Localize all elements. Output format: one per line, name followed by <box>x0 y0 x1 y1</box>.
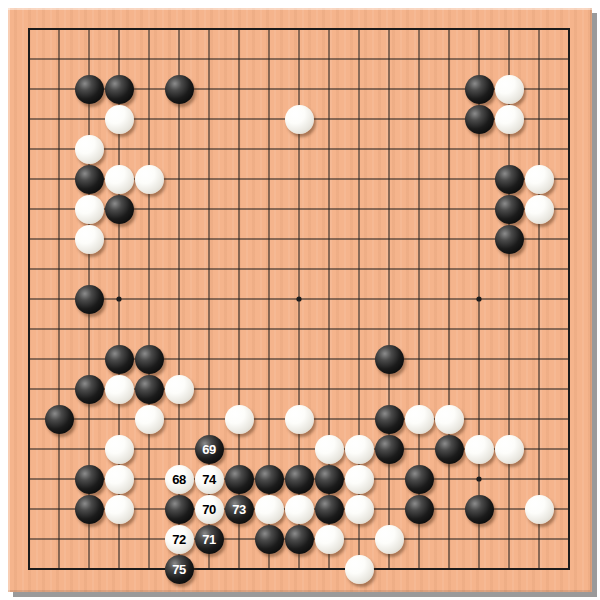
intersection[interactable] <box>404 134 434 164</box>
intersection[interactable] <box>104 494 134 524</box>
intersection[interactable] <box>374 344 404 374</box>
intersection[interactable] <box>524 464 554 494</box>
intersection[interactable] <box>134 314 164 344</box>
intersection[interactable] <box>284 74 314 104</box>
intersection[interactable] <box>314 554 344 584</box>
intersection[interactable] <box>314 374 344 404</box>
intersection[interactable] <box>74 224 104 254</box>
intersection[interactable] <box>314 464 344 494</box>
intersection[interactable] <box>14 14 44 44</box>
intersection[interactable] <box>134 254 164 284</box>
intersection[interactable] <box>134 284 164 314</box>
intersection[interactable] <box>104 14 134 44</box>
intersection[interactable] <box>44 284 74 314</box>
intersection[interactable] <box>254 104 284 134</box>
intersection[interactable] <box>104 44 134 74</box>
intersection[interactable] <box>554 44 584 74</box>
intersection[interactable] <box>134 344 164 374</box>
intersection[interactable] <box>14 464 44 494</box>
intersection[interactable] <box>344 194 374 224</box>
intersection[interactable] <box>404 254 434 284</box>
intersection[interactable] <box>344 164 374 194</box>
intersection[interactable] <box>344 404 374 434</box>
intersection[interactable] <box>494 314 524 344</box>
intersection[interactable] <box>464 434 494 464</box>
intersection[interactable] <box>74 314 104 344</box>
intersection[interactable] <box>254 44 284 74</box>
intersection[interactable] <box>134 134 164 164</box>
intersection[interactable] <box>254 224 284 254</box>
intersection[interactable] <box>404 164 434 194</box>
intersection[interactable] <box>524 494 554 524</box>
intersection[interactable] <box>554 284 584 314</box>
intersection[interactable] <box>434 284 464 314</box>
intersection[interactable] <box>284 104 314 134</box>
intersection[interactable] <box>494 104 524 134</box>
intersection[interactable] <box>374 404 404 434</box>
intersection[interactable] <box>44 194 74 224</box>
intersection[interactable] <box>434 314 464 344</box>
intersection[interactable] <box>314 254 344 284</box>
intersection[interactable] <box>554 224 584 254</box>
intersection[interactable] <box>554 254 584 284</box>
intersection[interactable] <box>44 464 74 494</box>
intersection[interactable] <box>464 104 494 134</box>
intersection[interactable] <box>374 374 404 404</box>
intersection[interactable] <box>74 374 104 404</box>
intersection[interactable] <box>434 344 464 374</box>
intersection[interactable] <box>314 14 344 44</box>
intersection[interactable] <box>344 464 374 494</box>
intersection[interactable] <box>284 164 314 194</box>
intersection[interactable] <box>434 44 464 74</box>
intersection[interactable] <box>344 224 374 254</box>
intersection[interactable] <box>464 344 494 374</box>
intersection[interactable]: 68 <box>164 464 194 494</box>
intersection[interactable] <box>404 344 434 374</box>
intersection[interactable] <box>404 374 434 404</box>
intersection[interactable] <box>224 524 254 554</box>
intersection[interactable] <box>134 554 164 584</box>
intersection[interactable] <box>524 524 554 554</box>
intersection[interactable] <box>44 74 74 104</box>
intersection[interactable] <box>524 194 554 224</box>
intersection[interactable] <box>254 554 284 584</box>
intersection[interactable] <box>74 404 104 434</box>
intersection[interactable] <box>404 284 434 314</box>
intersection[interactable] <box>104 254 134 284</box>
intersection[interactable] <box>374 74 404 104</box>
intersection[interactable] <box>104 434 134 464</box>
intersection[interactable] <box>284 254 314 284</box>
intersection[interactable] <box>314 434 344 464</box>
intersection[interactable] <box>194 44 224 74</box>
intersection[interactable] <box>134 524 164 554</box>
intersection[interactable] <box>554 434 584 464</box>
intersection[interactable] <box>224 554 254 584</box>
intersection[interactable]: 70 <box>194 494 224 524</box>
intersection[interactable] <box>164 74 194 104</box>
intersection[interactable] <box>314 194 344 224</box>
intersection[interactable] <box>464 284 494 314</box>
intersection[interactable] <box>74 434 104 464</box>
intersection[interactable] <box>284 44 314 74</box>
intersection[interactable] <box>374 194 404 224</box>
intersection[interactable] <box>524 284 554 314</box>
intersection[interactable] <box>464 74 494 104</box>
intersection[interactable] <box>554 134 584 164</box>
intersection[interactable] <box>194 74 224 104</box>
intersection[interactable] <box>134 194 164 224</box>
intersection[interactable] <box>14 134 44 164</box>
intersection[interactable] <box>164 164 194 194</box>
intersection[interactable] <box>224 404 254 434</box>
intersection[interactable] <box>164 194 194 224</box>
intersection[interactable] <box>104 464 134 494</box>
intersection[interactable] <box>344 554 374 584</box>
intersection[interactable] <box>524 404 554 434</box>
intersection[interactable] <box>14 524 44 554</box>
intersection[interactable] <box>404 524 434 554</box>
intersection[interactable] <box>164 44 194 74</box>
intersection[interactable] <box>464 554 494 584</box>
intersection[interactable] <box>464 524 494 554</box>
intersection[interactable] <box>524 44 554 74</box>
intersection[interactable] <box>524 254 554 284</box>
intersection[interactable] <box>164 434 194 464</box>
intersection[interactable] <box>524 104 554 134</box>
intersection[interactable] <box>194 284 224 314</box>
intersection[interactable] <box>224 74 254 104</box>
intersection[interactable] <box>254 464 284 494</box>
intersection[interactable] <box>134 434 164 464</box>
intersection[interactable] <box>374 554 404 584</box>
intersection[interactable] <box>284 464 314 494</box>
intersection[interactable] <box>194 194 224 224</box>
intersection[interactable] <box>494 74 524 104</box>
intersection[interactable] <box>344 44 374 74</box>
intersection[interactable] <box>44 434 74 464</box>
intersection[interactable] <box>14 344 44 374</box>
intersection[interactable] <box>74 554 104 584</box>
intersection[interactable] <box>104 554 134 584</box>
intersection[interactable] <box>434 554 464 584</box>
intersection[interactable] <box>254 254 284 284</box>
intersection[interactable] <box>464 494 494 524</box>
intersection[interactable] <box>374 224 404 254</box>
intersection[interactable] <box>254 344 284 374</box>
intersection[interactable] <box>284 494 314 524</box>
intersection[interactable] <box>464 44 494 74</box>
intersection[interactable] <box>434 164 464 194</box>
intersection[interactable] <box>434 224 464 254</box>
intersection[interactable] <box>44 104 74 134</box>
intersection[interactable] <box>554 494 584 524</box>
intersection[interactable] <box>44 554 74 584</box>
intersection[interactable] <box>14 494 44 524</box>
intersection[interactable]: 69 <box>194 434 224 464</box>
intersection[interactable] <box>164 134 194 164</box>
intersection[interactable] <box>494 194 524 224</box>
intersection[interactable] <box>554 404 584 434</box>
intersection[interactable] <box>254 374 284 404</box>
intersection[interactable] <box>554 374 584 404</box>
intersection[interactable] <box>284 224 314 254</box>
intersection[interactable] <box>194 344 224 374</box>
intersection[interactable] <box>434 404 464 434</box>
intersection[interactable] <box>374 134 404 164</box>
intersection[interactable] <box>554 194 584 224</box>
intersection[interactable] <box>14 404 44 434</box>
intersection[interactable] <box>284 524 314 554</box>
intersection[interactable] <box>74 104 104 134</box>
intersection[interactable] <box>164 314 194 344</box>
intersection[interactable] <box>164 404 194 434</box>
intersection[interactable] <box>524 344 554 374</box>
intersection[interactable] <box>314 314 344 344</box>
intersection[interactable] <box>314 44 344 74</box>
intersection[interactable] <box>44 14 74 44</box>
intersection[interactable] <box>44 314 74 344</box>
intersection[interactable] <box>104 374 134 404</box>
intersection[interactable] <box>254 524 284 554</box>
intersection[interactable]: 75 <box>164 554 194 584</box>
intersection[interactable] <box>374 44 404 74</box>
intersection[interactable] <box>464 464 494 494</box>
intersection[interactable] <box>44 524 74 554</box>
intersection[interactable] <box>404 314 434 344</box>
intersection[interactable] <box>464 224 494 254</box>
intersection[interactable] <box>224 254 254 284</box>
intersection[interactable] <box>314 524 344 554</box>
intersection[interactable] <box>374 464 404 494</box>
intersection[interactable] <box>164 494 194 524</box>
intersection[interactable] <box>134 404 164 434</box>
intersection[interactable] <box>224 134 254 164</box>
intersection[interactable] <box>554 104 584 134</box>
intersection[interactable] <box>224 14 254 44</box>
intersection[interactable] <box>494 254 524 284</box>
intersection[interactable] <box>134 14 164 44</box>
intersection[interactable] <box>374 254 404 284</box>
intersection[interactable] <box>194 14 224 44</box>
intersection[interactable] <box>314 494 344 524</box>
intersection[interactable] <box>14 284 44 314</box>
intersection[interactable] <box>284 14 314 44</box>
intersection[interactable] <box>224 464 254 494</box>
intersection[interactable] <box>104 134 134 164</box>
intersection[interactable] <box>344 524 374 554</box>
intersection[interactable] <box>494 344 524 374</box>
intersection[interactable] <box>434 134 464 164</box>
intersection[interactable] <box>524 74 554 104</box>
intersection[interactable] <box>344 254 374 284</box>
intersection[interactable] <box>194 404 224 434</box>
intersection[interactable]: 72 <box>164 524 194 554</box>
intersection[interactable] <box>404 404 434 434</box>
intersection[interactable] <box>14 44 44 74</box>
intersection[interactable] <box>404 44 434 74</box>
intersection[interactable] <box>314 284 344 314</box>
intersection[interactable] <box>404 194 434 224</box>
intersection[interactable] <box>254 14 284 44</box>
intersection[interactable] <box>374 104 404 134</box>
intersection[interactable] <box>224 194 254 224</box>
intersection[interactable] <box>254 434 284 464</box>
intersection[interactable] <box>164 284 194 314</box>
intersection[interactable] <box>194 104 224 134</box>
intersection[interactable] <box>494 554 524 584</box>
intersection[interactable] <box>14 224 44 254</box>
intersection[interactable] <box>224 344 254 374</box>
intersection[interactable] <box>494 404 524 434</box>
intersection[interactable] <box>74 494 104 524</box>
intersection[interactable] <box>44 164 74 194</box>
intersection[interactable] <box>104 344 134 374</box>
intersection[interactable] <box>14 74 44 104</box>
intersection[interactable] <box>194 224 224 254</box>
intersection[interactable] <box>314 224 344 254</box>
intersection[interactable] <box>374 14 404 44</box>
intersection[interactable] <box>434 494 464 524</box>
intersection[interactable] <box>524 164 554 194</box>
intersection[interactable] <box>104 524 134 554</box>
intersection[interactable] <box>254 404 284 434</box>
intersection[interactable] <box>14 434 44 464</box>
intersection[interactable] <box>104 74 134 104</box>
intersection[interactable] <box>524 14 554 44</box>
intersection[interactable] <box>224 104 254 134</box>
intersection[interactable] <box>404 554 434 584</box>
intersection[interactable] <box>134 374 164 404</box>
intersection[interactable] <box>554 14 584 44</box>
intersection[interactable] <box>74 344 104 374</box>
intersection[interactable] <box>134 464 164 494</box>
intersection[interactable] <box>404 104 434 134</box>
intersection[interactable] <box>134 164 164 194</box>
intersection[interactable] <box>74 14 104 44</box>
intersection[interactable] <box>434 464 464 494</box>
intersection[interactable] <box>44 404 74 434</box>
intersection[interactable] <box>104 284 134 314</box>
intersection[interactable] <box>224 284 254 314</box>
intersection[interactable] <box>134 494 164 524</box>
intersection[interactable] <box>254 74 284 104</box>
intersection[interactable] <box>554 464 584 494</box>
intersection[interactable] <box>494 494 524 524</box>
intersection[interactable] <box>374 434 404 464</box>
intersection[interactable] <box>554 344 584 374</box>
intersection[interactable] <box>374 284 404 314</box>
intersection[interactable] <box>374 494 404 524</box>
intersection[interactable] <box>194 134 224 164</box>
intersection[interactable] <box>464 404 494 434</box>
intersection[interactable] <box>74 44 104 74</box>
intersection[interactable] <box>464 374 494 404</box>
intersection[interactable] <box>404 74 434 104</box>
intersection[interactable] <box>314 134 344 164</box>
intersection[interactable] <box>224 314 254 344</box>
intersection[interactable] <box>404 434 434 464</box>
intersection[interactable] <box>314 344 344 374</box>
intersection[interactable] <box>74 194 104 224</box>
intersection[interactable] <box>434 74 464 104</box>
intersection[interactable] <box>434 524 464 554</box>
intersection[interactable] <box>44 224 74 254</box>
intersection[interactable] <box>524 554 554 584</box>
intersection[interactable] <box>224 164 254 194</box>
intersection[interactable] <box>344 434 374 464</box>
intersection[interactable] <box>374 314 404 344</box>
intersection[interactable] <box>374 524 404 554</box>
intersection[interactable] <box>44 134 74 164</box>
intersection[interactable] <box>254 494 284 524</box>
intersection[interactable] <box>14 194 44 224</box>
intersection[interactable] <box>374 164 404 194</box>
intersection[interactable] <box>74 524 104 554</box>
intersection[interactable] <box>74 464 104 494</box>
intersection[interactable] <box>404 14 434 44</box>
intersection[interactable] <box>404 494 434 524</box>
intersection[interactable] <box>494 374 524 404</box>
intersection[interactable] <box>104 194 134 224</box>
intersection[interactable] <box>314 164 344 194</box>
intersection[interactable] <box>194 254 224 284</box>
intersection[interactable] <box>104 164 134 194</box>
intersection[interactable] <box>494 524 524 554</box>
intersection[interactable] <box>284 374 314 404</box>
intersection[interactable] <box>344 104 374 134</box>
intersection[interactable] <box>164 344 194 374</box>
intersection[interactable] <box>494 434 524 464</box>
intersection[interactable] <box>284 344 314 374</box>
intersection[interactable]: 74 <box>194 464 224 494</box>
intersection[interactable] <box>464 164 494 194</box>
intersection[interactable] <box>464 254 494 284</box>
intersection[interactable] <box>344 344 374 374</box>
intersection[interactable] <box>254 134 284 164</box>
intersection[interactable] <box>194 164 224 194</box>
intersection[interactable] <box>554 314 584 344</box>
intersection[interactable] <box>74 284 104 314</box>
intersection[interactable] <box>74 164 104 194</box>
intersection[interactable] <box>74 254 104 284</box>
intersection[interactable] <box>14 374 44 404</box>
intersection[interactable] <box>344 374 374 404</box>
intersection[interactable] <box>314 74 344 104</box>
intersection[interactable] <box>344 74 374 104</box>
intersection[interactable] <box>434 194 464 224</box>
intersection[interactable] <box>44 344 74 374</box>
intersection[interactable] <box>44 494 74 524</box>
intersection[interactable] <box>464 314 494 344</box>
intersection[interactable] <box>344 14 374 44</box>
intersection[interactable] <box>464 194 494 224</box>
intersection[interactable] <box>344 284 374 314</box>
intersection[interactable] <box>134 224 164 254</box>
intersection[interactable] <box>164 374 194 404</box>
intersection[interactable] <box>194 554 224 584</box>
intersection[interactable] <box>344 134 374 164</box>
intersection[interactable] <box>104 224 134 254</box>
intersection[interactable] <box>524 134 554 164</box>
intersection[interactable] <box>284 554 314 584</box>
intersection[interactable] <box>284 404 314 434</box>
intersection[interactable] <box>44 374 74 404</box>
intersection[interactable] <box>494 224 524 254</box>
intersection[interactable] <box>104 404 134 434</box>
intersection[interactable] <box>344 494 374 524</box>
